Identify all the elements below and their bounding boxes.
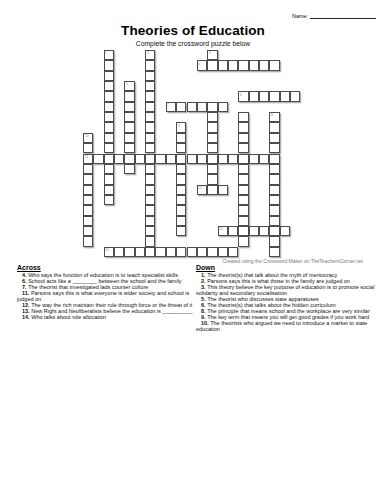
grid-cell[interactable] xyxy=(207,112,217,122)
grid-cell[interactable]: 7 xyxy=(166,102,176,112)
grid-cell[interactable] xyxy=(176,247,186,257)
grid-cell[interactable] xyxy=(104,133,114,143)
grid-cell[interactable] xyxy=(145,112,155,122)
grid-cell[interactable] xyxy=(238,216,248,226)
grid-cell[interactable] xyxy=(259,60,269,70)
grid-cell[interactable]: 11 xyxy=(83,154,93,164)
grid-cell[interactable] xyxy=(124,102,134,112)
grid-cell[interactable] xyxy=(104,122,114,132)
grid-cell[interactable] xyxy=(228,247,238,257)
grid-cell[interactable]: 10 xyxy=(83,133,93,143)
grid-cell[interactable] xyxy=(104,91,114,101)
grid-cell[interactable] xyxy=(176,164,186,174)
grid-cell[interactable] xyxy=(83,185,93,195)
down-header: Down xyxy=(196,264,376,271)
clue-number: 2 xyxy=(147,51,149,54)
grid-cell[interactable] xyxy=(145,236,155,246)
grid-cell[interactable] xyxy=(145,205,155,215)
grid-cell[interactable] xyxy=(238,143,248,153)
grid-cell[interactable] xyxy=(269,226,279,236)
grid-cell[interactable] xyxy=(135,247,145,257)
grid-cell[interactable] xyxy=(145,60,155,70)
grid-cell[interactable] xyxy=(145,247,155,257)
grid-cell[interactable] xyxy=(218,60,228,70)
grid-cell[interactable]: 6 xyxy=(238,91,248,101)
grid-cell[interactable] xyxy=(238,133,248,143)
grid-cell[interactable] xyxy=(207,133,217,143)
grid-cell[interactable] xyxy=(104,71,114,81)
grid-cell[interactable] xyxy=(93,154,103,164)
grid-cell[interactable] xyxy=(207,174,217,184)
grid-cell[interactable] xyxy=(269,236,279,246)
grid-cell[interactable] xyxy=(197,154,207,164)
grid-cell[interactable] xyxy=(83,226,93,236)
grid-cell[interactable] xyxy=(83,174,93,184)
grid-cell[interactable]: 13 xyxy=(218,226,228,236)
grid-cell[interactable] xyxy=(145,174,155,184)
grid-cell[interactable] xyxy=(83,236,93,246)
across-header: Across xyxy=(17,264,198,271)
clue-number: 13 xyxy=(219,227,223,230)
clue-number: 8 xyxy=(271,113,273,116)
grid-cell[interactable] xyxy=(145,154,155,164)
grid-cell[interactable]: 9 xyxy=(176,122,186,132)
grid-cell[interactable] xyxy=(269,185,279,195)
grid-cell[interactable] xyxy=(176,154,186,164)
grid-cell[interactable] xyxy=(238,195,248,205)
grid-cell[interactable] xyxy=(176,133,186,143)
grid-cell[interactable] xyxy=(145,81,155,91)
grid-cell[interactable] xyxy=(176,174,186,184)
grid-cell[interactable]: 8 xyxy=(269,112,279,122)
grid-cell[interactable] xyxy=(269,174,279,184)
grid-cell[interactable] xyxy=(145,133,155,143)
across-clues: Across 4. Who says the function of educa… xyxy=(17,264,198,321)
grid-cell[interactable] xyxy=(145,185,155,195)
grid-cell[interactable] xyxy=(259,154,269,164)
grid-cell[interactable] xyxy=(124,91,134,101)
grid-cell[interactable] xyxy=(135,154,145,164)
grid-cell[interactable] xyxy=(269,195,279,205)
grid-cell[interactable] xyxy=(238,236,248,246)
clue-number: 1 xyxy=(105,51,107,54)
grid-cell[interactable] xyxy=(124,154,134,164)
grid-cell[interactable] xyxy=(218,247,228,257)
grid-cell[interactable] xyxy=(145,91,155,101)
clue-item: 10. The theorists who argued we need to … xyxy=(196,321,376,333)
grid-cell[interactable] xyxy=(145,102,155,112)
grid-cell[interactable] xyxy=(145,226,155,236)
grid-cell[interactable] xyxy=(124,247,134,257)
grid-cell[interactable] xyxy=(176,216,186,226)
grid-cell[interactable] xyxy=(83,216,93,226)
grid-cell[interactable] xyxy=(124,143,134,153)
grid-cell[interactable]: 12 xyxy=(197,185,207,195)
grid-cell[interactable] xyxy=(269,60,279,70)
grid-cell[interactable] xyxy=(238,122,248,132)
grid-cell[interactable] xyxy=(176,185,186,195)
grid-cell[interactable] xyxy=(176,205,186,215)
grid-cell[interactable] xyxy=(207,122,217,132)
grid-cell[interactable] xyxy=(145,216,155,226)
grid-cell[interactable] xyxy=(145,122,155,132)
grid-cell[interactable] xyxy=(83,195,93,205)
grid-cell[interactable] xyxy=(238,164,248,174)
grid-cell[interactable] xyxy=(187,247,197,257)
grid-cell[interactable] xyxy=(166,154,176,164)
grid-cell[interactable] xyxy=(238,60,248,70)
grid-cell[interactable] xyxy=(259,91,269,101)
grid-cell[interactable] xyxy=(124,133,134,143)
grid-cell[interactable] xyxy=(269,122,279,132)
grid-cell[interactable] xyxy=(259,226,269,236)
grid-cell[interactable] xyxy=(104,143,114,153)
grid-cell[interactable] xyxy=(218,102,228,112)
grid-cell[interactable] xyxy=(104,112,114,122)
grid-cell[interactable] xyxy=(166,247,176,257)
grid-cell[interactable] xyxy=(238,226,248,236)
grid-cell[interactable] xyxy=(187,154,197,164)
grid-cell[interactable] xyxy=(104,164,114,174)
grid-cell[interactable] xyxy=(228,154,238,164)
grid-cell[interactable] xyxy=(249,91,259,101)
clue-item: 11. Parsons says this is what everyone i… xyxy=(17,291,198,303)
clue-number: 9 xyxy=(178,124,180,127)
grid-cell[interactable] xyxy=(83,205,93,215)
grid-cell[interactable] xyxy=(197,247,207,257)
grid-cell[interactable] xyxy=(249,226,259,236)
crossword-board: 1234567891011121314 xyxy=(0,0,386,265)
grid-cell[interactable] xyxy=(176,102,186,112)
grid-cell[interactable] xyxy=(207,154,217,164)
grid-cell[interactable] xyxy=(238,174,248,184)
grid-cell[interactable] xyxy=(197,102,207,112)
grid-cell[interactable] xyxy=(290,91,300,101)
credit-line: Created using the Crossword Maker on The… xyxy=(222,258,363,264)
grid-cell[interactable] xyxy=(114,247,124,257)
grid-cell[interactable] xyxy=(124,122,134,132)
grid-cell[interactable] xyxy=(238,112,248,122)
grid-cell[interactable] xyxy=(145,143,155,153)
grid-cell[interactable] xyxy=(269,154,279,164)
grid-cell[interactable] xyxy=(269,133,279,143)
grid-cell[interactable] xyxy=(280,91,290,101)
grid-cell[interactable] xyxy=(228,226,238,236)
grid-cell[interactable] xyxy=(155,247,165,257)
grid-cell[interactable] xyxy=(187,102,197,112)
grid-cell[interactable] xyxy=(207,185,217,195)
grid-cell[interactable]: 2 xyxy=(145,50,155,60)
grid-cell[interactable] xyxy=(238,185,248,195)
clue-number: 12 xyxy=(198,186,202,189)
worksheet-page: Name: Theories of Education Complete the… xyxy=(0,0,386,500)
grid-cell[interactable] xyxy=(145,164,155,174)
grid-cell[interactable]: 4 xyxy=(197,60,207,70)
grid-cell[interactable] xyxy=(218,185,228,195)
grid-cell[interactable]: 3 xyxy=(207,50,217,60)
clue-number: 11 xyxy=(85,155,88,158)
grid-cell[interactable] xyxy=(124,164,134,174)
grid-cell[interactable] xyxy=(145,195,155,205)
grid-cell[interactable] xyxy=(104,174,114,184)
clue-number: 7 xyxy=(167,103,169,106)
grid-cell[interactable] xyxy=(104,195,114,205)
grid-cell[interactable]: 1 xyxy=(104,50,114,60)
down-clues: Down 1. The theorist(s) that talk about … xyxy=(196,264,376,333)
grid-cell[interactable]: 14 xyxy=(104,247,114,257)
grid-cell[interactable] xyxy=(218,154,228,164)
grid-cell[interactable] xyxy=(207,164,217,174)
across-list: 4. Who says the function of education is… xyxy=(17,273,198,321)
grid-cell[interactable] xyxy=(207,60,217,70)
grid-cell[interactable] xyxy=(155,154,165,164)
clue-number: 14 xyxy=(105,248,109,251)
clue-number: 4 xyxy=(198,62,200,65)
clue-number: 6 xyxy=(240,93,242,96)
grid-cell[interactable] xyxy=(238,154,248,164)
grid-cell[interactable] xyxy=(104,102,114,112)
grid-cell[interactable] xyxy=(280,226,290,236)
grid-cell[interactable] xyxy=(269,164,279,174)
clue-number: 10 xyxy=(85,134,89,137)
clue-item: 14. Who talks about role allocation xyxy=(17,315,198,321)
grid-cell[interactable] xyxy=(269,91,279,101)
grid-cell[interactable] xyxy=(228,60,238,70)
grid-cell[interactable] xyxy=(207,247,217,257)
down-list: 1. The theorist(s) that talk about the m… xyxy=(196,273,376,333)
grid-cell[interactable] xyxy=(207,143,217,153)
grid-cell[interactable] xyxy=(124,112,134,122)
grid-cell[interactable] xyxy=(83,143,93,153)
grid-cell[interactable] xyxy=(176,143,186,153)
grid-cell[interactable]: 5 xyxy=(124,81,134,91)
grid-cell[interactable] xyxy=(83,164,93,174)
grid-cell[interactable] xyxy=(269,205,279,215)
grid-cell[interactable] xyxy=(249,60,259,70)
grid-cell[interactable] xyxy=(114,154,124,164)
grid-cell[interactable] xyxy=(269,143,279,153)
clue-number: 5 xyxy=(126,82,128,85)
grid-cell[interactable] xyxy=(104,185,114,195)
grid-cell[interactable] xyxy=(238,205,248,215)
clue-number: 3 xyxy=(209,51,211,54)
grid-cell[interactable] xyxy=(145,71,155,81)
grid-cell[interactable] xyxy=(207,102,217,112)
grid-cell[interactable] xyxy=(269,216,279,226)
grid-cell[interactable] xyxy=(104,81,114,91)
grid-cell[interactable] xyxy=(176,195,186,205)
grid-cell[interactable] xyxy=(269,247,279,257)
grid-cell[interactable] xyxy=(249,154,259,164)
grid-cell[interactable] xyxy=(104,154,114,164)
grid-cell[interactable] xyxy=(104,60,114,70)
grid-cell[interactable] xyxy=(176,226,186,236)
